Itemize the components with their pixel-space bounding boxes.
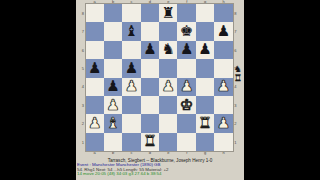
file-labels-bottom: abcdefgh: [86, 151, 233, 156]
square-c5[interactable]: ♟: [122, 59, 140, 77]
rank-labels-left: 87654321: [81, 4, 86, 151]
square-h1[interactable]: [214, 133, 232, 151]
coord-label-1: 1: [233, 133, 238, 151]
white-pawn-f4: ♟: [180, 79, 193, 94]
coord-label-b: b: [104, 151, 122, 156]
caption-footer: Tarrasch, Siegbert -- Blackburne, Joseph…: [76, 158, 244, 177]
square-h6[interactable]: [214, 41, 232, 59]
coord-label-g: g: [196, 151, 214, 156]
square-e2[interactable]: [159, 114, 177, 132]
square-g8[interactable]: [196, 4, 214, 22]
coord-label-4: 4: [81, 78, 86, 96]
coord-label-d: d: [141, 151, 159, 156]
coord-label-h: h: [214, 151, 232, 156]
square-e1[interactable]: [159, 133, 177, 151]
square-b6[interactable]: [104, 41, 122, 59]
coord-label-7: 7: [233, 22, 238, 40]
black-pawn-h7: ♟: [217, 24, 230, 39]
square-a8[interactable]: [86, 4, 104, 22]
square-a2[interactable]: ♟: [86, 114, 104, 132]
black-pawn-b4: ♟: [106, 79, 119, 94]
coord-label-7: 7: [81, 22, 86, 40]
status-line: 14 move 20:05 (48) 34:03 g3 27.64 b 38:5…: [76, 172, 244, 177]
square-h2[interactable]: ♟: [214, 114, 232, 132]
material-indicator: ♞ ♜: [234, 65, 242, 83]
diagram-panel: abcdefgh abcdefgh 87654321 87654321 ♜♝♚♟…: [76, 0, 244, 180]
coord-label-c: c: [122, 151, 140, 156]
square-h7[interactable]: ♟: [214, 22, 232, 40]
square-d1[interactable]: ♜: [141, 133, 159, 151]
square-c8[interactable]: [122, 4, 140, 22]
square-f7[interactable]: ♚: [177, 22, 195, 40]
coord-label-2: 2: [81, 114, 86, 132]
square-e7[interactable]: [159, 22, 177, 40]
coord-label-3: 3: [233, 96, 238, 114]
square-f8[interactable]: [177, 4, 195, 22]
square-f3[interactable]: ♚: [177, 96, 195, 114]
square-g5[interactable]: [196, 59, 214, 77]
square-g2[interactable]: ♜: [196, 114, 214, 132]
square-d4[interactable]: [141, 78, 159, 96]
square-d6[interactable]: ♟: [141, 41, 159, 59]
square-h4[interactable]: ♟: [214, 78, 232, 96]
square-b5[interactable]: [104, 59, 122, 77]
white-pawn-e4: ♟: [162, 79, 175, 94]
coord-label-2: 2: [233, 114, 238, 132]
coord-label-6: 6: [81, 41, 86, 59]
square-a7[interactable]: [86, 22, 104, 40]
white-bishop-b2: ♝: [106, 116, 119, 131]
square-g6[interactable]: ♟: [196, 41, 214, 59]
square-a4[interactable]: [86, 78, 104, 96]
coord-label-f: f: [178, 151, 196, 156]
white-pawn-c4: ♟: [125, 79, 138, 94]
black-knight-e6: ♞: [162, 42, 175, 57]
square-e6[interactable]: ♞: [159, 41, 177, 59]
square-d2[interactable]: [141, 114, 159, 132]
white-pawn-h2: ♟: [217, 116, 230, 131]
square-d7[interactable]: [141, 22, 159, 40]
square-b2[interactable]: ♝: [104, 114, 122, 132]
square-b4[interactable]: ♟: [104, 78, 122, 96]
square-g4[interactable]: [196, 78, 214, 96]
square-f1[interactable]: [177, 133, 195, 151]
square-g1[interactable]: [196, 133, 214, 151]
white-extra-rook-icon: ♜: [234, 74, 242, 83]
square-c3[interactable]: [122, 96, 140, 114]
square-d8[interactable]: [141, 4, 159, 22]
white-rook-g2: ♜: [198, 116, 211, 131]
square-b3[interactable]: ♟: [104, 96, 122, 114]
black-king-f7: ♚: [180, 24, 193, 39]
coord-label-3: 3: [81, 96, 86, 114]
square-b1[interactable]: [104, 133, 122, 151]
coord-label-e: e: [159, 151, 177, 156]
square-c6[interactable]: [122, 41, 140, 59]
square-h8[interactable]: [214, 4, 232, 22]
white-rook-d1: ♜: [143, 134, 156, 149]
coord-label-8: 8: [81, 4, 86, 22]
square-b8[interactable]: [104, 4, 122, 22]
black-pawn-g6: ♟: [198, 42, 211, 57]
square-e5[interactable]: [159, 59, 177, 77]
white-pawn-h4: ♟: [217, 79, 230, 94]
square-e4[interactable]: ♟: [159, 78, 177, 96]
square-f2[interactable]: [177, 114, 195, 132]
square-f6[interactable]: ♟: [177, 41, 195, 59]
square-f5[interactable]: [177, 59, 195, 77]
square-c2[interactable]: [122, 114, 140, 132]
square-c7[interactable]: ♝: [122, 22, 140, 40]
coord-label-5: 5: [81, 59, 86, 77]
square-a1[interactable]: [86, 133, 104, 151]
black-pawn-f6: ♟: [180, 42, 193, 57]
white-king-f3: ♚: [180, 97, 193, 112]
video-frame: abcdefgh abcdefgh 87654321 87654321 ♜♝♚♟…: [0, 0, 320, 180]
chess-board: ♜♝♚♟♟♞♟♟♟♟♟♟♟♟♟♟♚♟♝♜♟♜: [86, 4, 233, 151]
square-c1[interactable]: [122, 133, 140, 151]
square-d3[interactable]: [141, 96, 159, 114]
black-pawn-a5: ♟: [88, 60, 101, 75]
black-pawn-d6: ♟: [143, 42, 156, 57]
coord-label-6: 6: [233, 41, 238, 59]
square-c4[interactable]: ♟: [122, 78, 140, 96]
square-b7[interactable]: [104, 22, 122, 40]
square-g3[interactable]: [196, 96, 214, 114]
black-rook-e8: ♜: [162, 5, 175, 20]
square-a6[interactable]: [86, 41, 104, 59]
coord-label-1: 1: [81, 133, 86, 151]
square-a5[interactable]: ♟: [86, 59, 104, 77]
white-pawn-b3: ♟: [106, 97, 119, 112]
black-bishop-c7: ♝: [125, 24, 138, 39]
square-a3[interactable]: [86, 96, 104, 114]
square-f4[interactable]: ♟: [177, 78, 195, 96]
square-h5[interactable]: [214, 59, 232, 77]
square-d5[interactable]: [141, 59, 159, 77]
coord-label-8: 8: [233, 4, 238, 22]
black-pawn-c5: ♟: [125, 60, 138, 75]
square-h3[interactable]: [214, 96, 232, 114]
coord-label-a: a: [86, 151, 104, 156]
white-pawn-a2: ♟: [88, 116, 101, 131]
square-g7[interactable]: [196, 22, 214, 40]
square-e3[interactable]: [159, 96, 177, 114]
square-e8[interactable]: ♜: [159, 4, 177, 22]
